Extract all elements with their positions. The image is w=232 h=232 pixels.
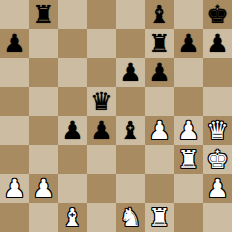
square-e3[interactable] (116, 145, 145, 174)
white-queen[interactable]: ♛ (206, 116, 228, 145)
white-pawn[interactable]: ♟ (32, 174, 54, 203)
square-h2[interactable]: ♟ (203, 174, 232, 203)
square-e8[interactable] (116, 0, 145, 29)
square-d2[interactable] (87, 174, 116, 203)
square-g5[interactable] (174, 87, 203, 116)
square-g6[interactable] (174, 58, 203, 87)
square-g1[interactable] (174, 203, 203, 232)
square-f3[interactable] (145, 145, 174, 174)
square-b8[interactable]: ♜ (29, 0, 58, 29)
square-d1[interactable] (87, 203, 116, 232)
white-king[interactable]: ♚ (206, 145, 228, 174)
square-d7[interactable] (87, 29, 116, 58)
black-bishop[interactable]: ♝ (148, 0, 170, 29)
square-a5[interactable] (0, 87, 29, 116)
square-b3[interactable] (29, 145, 58, 174)
black-bishop[interactable]: ♝ (119, 116, 141, 145)
square-g4[interactable]: ♟ (174, 116, 203, 145)
square-d4[interactable]: ♟ (87, 116, 116, 145)
square-g8[interactable] (174, 0, 203, 29)
square-b6[interactable] (29, 58, 58, 87)
square-f4[interactable]: ♟ (145, 116, 174, 145)
square-f5[interactable] (145, 87, 174, 116)
square-b5[interactable] (29, 87, 58, 116)
square-h3[interactable]: ♚ (203, 145, 232, 174)
square-d6[interactable] (87, 58, 116, 87)
black-pawn[interactable]: ♟ (148, 58, 170, 87)
black-queen[interactable]: ♛ (90, 87, 112, 116)
square-c3[interactable] (58, 145, 87, 174)
square-b2[interactable]: ♟ (29, 174, 58, 203)
square-d8[interactable] (87, 0, 116, 29)
square-a4[interactable] (0, 116, 29, 145)
black-pawn[interactable]: ♟ (3, 29, 25, 58)
square-b4[interactable] (29, 116, 58, 145)
white-pawn[interactable]: ♟ (3, 174, 25, 203)
square-h5[interactable] (203, 87, 232, 116)
square-g2[interactable] (174, 174, 203, 203)
square-b7[interactable] (29, 29, 58, 58)
square-e4[interactable]: ♝ (116, 116, 145, 145)
square-c2[interactable] (58, 174, 87, 203)
square-f6[interactable]: ♟ (145, 58, 174, 87)
square-c1[interactable]: ♝ (58, 203, 87, 232)
black-rook[interactable]: ♜ (148, 29, 170, 58)
white-pawn[interactable]: ♟ (177, 116, 199, 145)
square-e1[interactable]: ♞ (116, 203, 145, 232)
chess-board: ♜♝♚♟♜♟♟♟♟♛♟♟♝♟♟♛♜♚♟♟♟♝♞♜ (0, 0, 232, 232)
white-bishop[interactable]: ♝ (61, 203, 83, 232)
square-c7[interactable] (58, 29, 87, 58)
black-pawn[interactable]: ♟ (177, 29, 199, 58)
white-pawn[interactable]: ♟ (206, 174, 228, 203)
white-knight[interactable]: ♞ (119, 203, 141, 232)
white-pawn[interactable]: ♟ (148, 116, 170, 145)
square-a3[interactable] (0, 145, 29, 174)
square-e6[interactable]: ♟ (116, 58, 145, 87)
black-pawn[interactable]: ♟ (90, 116, 112, 145)
square-h4[interactable]: ♛ (203, 116, 232, 145)
black-king[interactable]: ♚ (206, 0, 228, 29)
square-a8[interactable] (0, 0, 29, 29)
square-f8[interactable]: ♝ (145, 0, 174, 29)
square-e5[interactable] (116, 87, 145, 116)
square-h8[interactable]: ♚ (203, 0, 232, 29)
square-d5[interactable]: ♛ (87, 87, 116, 116)
square-c6[interactable] (58, 58, 87, 87)
square-g3[interactable]: ♜ (174, 145, 203, 174)
white-rook[interactable]: ♜ (148, 203, 170, 232)
square-f2[interactable] (145, 174, 174, 203)
square-h6[interactable] (203, 58, 232, 87)
black-pawn[interactable]: ♟ (61, 116, 83, 145)
square-f7[interactable]: ♜ (145, 29, 174, 58)
square-a2[interactable]: ♟ (0, 174, 29, 203)
square-a1[interactable] (0, 203, 29, 232)
square-e7[interactable] (116, 29, 145, 58)
square-b1[interactable] (29, 203, 58, 232)
square-c5[interactable] (58, 87, 87, 116)
square-a7[interactable]: ♟ (0, 29, 29, 58)
square-c4[interactable]: ♟ (58, 116, 87, 145)
square-h1[interactable] (203, 203, 232, 232)
square-g7[interactable]: ♟ (174, 29, 203, 58)
white-rook[interactable]: ♜ (177, 145, 199, 174)
black-rook[interactable]: ♜ (32, 0, 54, 29)
square-f1[interactable]: ♜ (145, 203, 174, 232)
square-d3[interactable] (87, 145, 116, 174)
black-pawn[interactable]: ♟ (119, 58, 141, 87)
square-a6[interactable] (0, 58, 29, 87)
square-c8[interactable] (58, 0, 87, 29)
black-pawn[interactable]: ♟ (206, 29, 228, 58)
square-h7[interactable]: ♟ (203, 29, 232, 58)
square-e2[interactable] (116, 174, 145, 203)
